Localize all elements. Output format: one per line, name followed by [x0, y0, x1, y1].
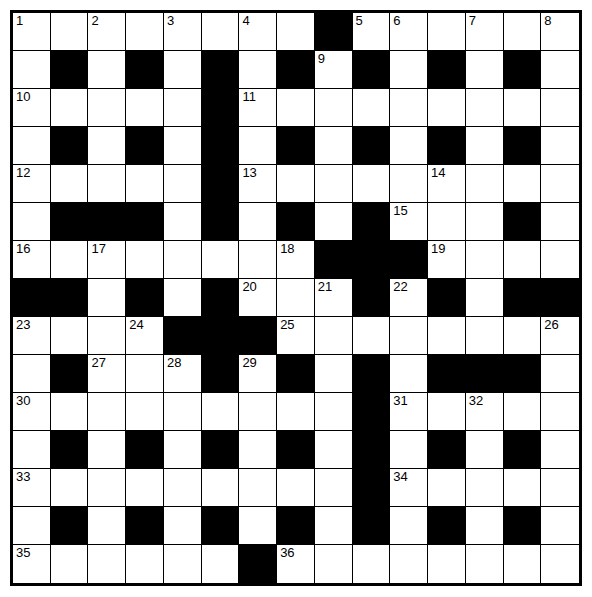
- grid-cell[interactable]: 24: [126, 317, 164, 355]
- grid-cell[interactable]: [428, 203, 466, 241]
- grid-cell[interactable]: [13, 127, 51, 165]
- grid-cell[interactable]: [164, 431, 202, 469]
- grid-cell[interactable]: [390, 127, 428, 165]
- grid-cell[interactable]: [164, 507, 202, 545]
- block-cell: [353, 127, 391, 165]
- block-cell: [13, 279, 51, 317]
- block-cell: [353, 393, 391, 431]
- grid-cell[interactable]: 5: [353, 13, 391, 51]
- grid-cell[interactable]: [51, 469, 89, 507]
- grid-cell[interactable]: [51, 393, 89, 431]
- clue-number: 31: [393, 394, 407, 408]
- clue-number: 25: [280, 318, 294, 332]
- clue-number: 10: [16, 90, 30, 104]
- block-cell: [202, 355, 240, 393]
- grid-cell[interactable]: [88, 431, 126, 469]
- grid-cell[interactable]: [504, 241, 542, 279]
- grid-cell[interactable]: 15: [390, 203, 428, 241]
- block-cell: [202, 51, 240, 89]
- grid-cell[interactable]: 13: [239, 165, 277, 203]
- grid-cell[interactable]: 3: [164, 13, 202, 51]
- grid-cell[interactable]: [239, 203, 277, 241]
- block-cell: [428, 355, 466, 393]
- grid-cell[interactable]: 1: [13, 13, 51, 51]
- grid-cell[interactable]: [504, 89, 542, 127]
- block-cell: [202, 317, 240, 355]
- grid-cell[interactable]: [315, 317, 353, 355]
- grid-cell[interactable]: [51, 13, 89, 51]
- grid-cell[interactable]: 34: [390, 469, 428, 507]
- grid-cell[interactable]: [541, 355, 579, 393]
- clue-number: 20: [242, 280, 256, 294]
- clue-number: 7: [469, 14, 476, 28]
- grid-cell[interactable]: [315, 203, 353, 241]
- grid-cell[interactable]: [466, 89, 504, 127]
- block-cell: [353, 51, 391, 89]
- grid-cell[interactable]: [428, 545, 466, 583]
- grid-cell[interactable]: [315, 545, 353, 583]
- clue-number: 16: [16, 242, 30, 256]
- block-cell: [202, 165, 240, 203]
- clue-number: 36: [280, 546, 294, 560]
- clue-number: 17: [91, 242, 105, 256]
- grid-cell[interactable]: [390, 355, 428, 393]
- block-cell: [51, 355, 89, 393]
- grid-cell[interactable]: [13, 51, 51, 89]
- block-cell: [353, 203, 391, 241]
- block-cell: [51, 51, 89, 89]
- clue-number: 32: [469, 394, 483, 408]
- clue-number: 33: [16, 470, 30, 484]
- block-cell: [202, 431, 240, 469]
- grid-cell[interactable]: [126, 469, 164, 507]
- grid-cell[interactable]: 21: [315, 279, 353, 317]
- clue-number: 8: [544, 14, 551, 28]
- block-cell: [353, 279, 391, 317]
- grid-cell[interactable]: [315, 165, 353, 203]
- grid-cell[interactable]: [541, 507, 579, 545]
- clue-number: 13: [242, 166, 256, 180]
- grid-cell[interactable]: 31: [390, 393, 428, 431]
- grid-cell[interactable]: [164, 279, 202, 317]
- block-cell: [353, 241, 391, 279]
- grid-cell[interactable]: [277, 13, 315, 51]
- grid-cell[interactable]: [13, 431, 51, 469]
- grid-cell[interactable]: 12: [13, 165, 51, 203]
- grid-cell[interactable]: [428, 89, 466, 127]
- block-cell: [277, 203, 315, 241]
- clue-number: 21: [318, 280, 332, 294]
- clue-number: 28: [167, 356, 181, 370]
- grid-cell[interactable]: [541, 165, 579, 203]
- grid-cell[interactable]: [202, 13, 240, 51]
- block-cell: [504, 203, 542, 241]
- grid-cell[interactable]: [126, 545, 164, 583]
- clue-number: 29: [242, 356, 256, 370]
- grid-cell[interactable]: [315, 393, 353, 431]
- grid-cell[interactable]: 23: [13, 317, 51, 355]
- block-cell: [504, 279, 542, 317]
- grid-cell[interactable]: [88, 279, 126, 317]
- grid-cell[interactable]: [541, 469, 579, 507]
- block-cell: [315, 13, 353, 51]
- grid-cell[interactable]: [541, 545, 579, 583]
- grid-cell[interactable]: 9: [315, 51, 353, 89]
- grid-cell[interactable]: 8: [541, 13, 579, 51]
- grid-cell[interactable]: [390, 507, 428, 545]
- grid-cell[interactable]: [466, 279, 504, 317]
- grid-cell[interactable]: 10: [13, 89, 51, 127]
- grid-cell[interactable]: [315, 431, 353, 469]
- grid-cell[interactable]: [390, 89, 428, 127]
- block-cell: [126, 279, 164, 317]
- grid-cell[interactable]: [466, 469, 504, 507]
- grid-cell[interactable]: [13, 203, 51, 241]
- grid-cell[interactable]: [126, 355, 164, 393]
- grid-cell[interactable]: 25: [277, 317, 315, 355]
- crossword-page: 1234567891011121314151617181920212223242…: [0, 0, 592, 597]
- block-cell: [126, 127, 164, 165]
- block-cell: [51, 279, 89, 317]
- block-cell: [202, 89, 240, 127]
- grid-cell[interactable]: [164, 203, 202, 241]
- grid-cell[interactable]: [541, 431, 579, 469]
- block-cell: [202, 203, 240, 241]
- block-cell: [504, 355, 542, 393]
- grid-cell[interactable]: [466, 165, 504, 203]
- grid-cell[interactable]: [390, 317, 428, 355]
- grid-cell[interactable]: [428, 13, 466, 51]
- grid-cell[interactable]: [51, 89, 89, 127]
- block-cell: [277, 51, 315, 89]
- block-cell: [315, 241, 353, 279]
- grid-cell[interactable]: [541, 393, 579, 431]
- grid-cell[interactable]: [390, 431, 428, 469]
- clue-number: 30: [16, 394, 30, 408]
- grid-cell[interactable]: [88, 469, 126, 507]
- grid-cell[interactable]: [428, 469, 466, 507]
- block-cell: [504, 431, 542, 469]
- grid-cell[interactable]: [541, 89, 579, 127]
- grid-cell[interactable]: [164, 165, 202, 203]
- grid-cell[interactable]: [466, 507, 504, 545]
- grid-cell[interactable]: [466, 241, 504, 279]
- grid-cell[interactable]: [504, 393, 542, 431]
- block-cell: [277, 431, 315, 469]
- grid-cell[interactable]: [315, 89, 353, 127]
- grid-cell[interactable]: 29: [239, 355, 277, 393]
- block-cell: [88, 203, 126, 241]
- grid-cell[interactable]: [504, 469, 542, 507]
- grid-cell[interactable]: [88, 89, 126, 127]
- grid-cell[interactable]: 33: [13, 469, 51, 507]
- grid-cell[interactable]: [390, 545, 428, 583]
- grid-cell[interactable]: [239, 241, 277, 279]
- grid-cell[interactable]: 19: [428, 241, 466, 279]
- grid-cell[interactable]: [466, 545, 504, 583]
- grid-cell[interactable]: [88, 507, 126, 545]
- clue-number: 26: [544, 318, 558, 332]
- grid-cell[interactable]: [504, 317, 542, 355]
- block-cell: [277, 127, 315, 165]
- grid-cell[interactable]: [541, 203, 579, 241]
- grid-cell[interactable]: [277, 89, 315, 127]
- grid-cell[interactable]: 27: [88, 355, 126, 393]
- grid-cell[interactable]: [390, 165, 428, 203]
- block-cell: [353, 355, 391, 393]
- grid-cell[interactable]: [466, 203, 504, 241]
- grid-cell[interactable]: [239, 127, 277, 165]
- grid-cell[interactable]: 2: [88, 13, 126, 51]
- grid-cell[interactable]: [353, 317, 391, 355]
- grid-cell[interactable]: [202, 469, 240, 507]
- grid-cell[interactable]: [239, 393, 277, 431]
- block-cell: [428, 51, 466, 89]
- grid-cell[interactable]: [315, 507, 353, 545]
- block-cell: [202, 127, 240, 165]
- block-cell: [51, 431, 89, 469]
- block-cell: [390, 241, 428, 279]
- grid-cell[interactable]: [88, 127, 126, 165]
- grid-cell[interactable]: [164, 545, 202, 583]
- grid-cell[interactable]: [164, 127, 202, 165]
- grid-cell[interactable]: 20: [239, 279, 277, 317]
- block-cell: [541, 279, 579, 317]
- grid-cell[interactable]: 18: [277, 241, 315, 279]
- grid-cell[interactable]: [239, 469, 277, 507]
- grid-cell[interactable]: [239, 431, 277, 469]
- grid-cell[interactable]: [164, 241, 202, 279]
- grid-cell[interactable]: 22: [390, 279, 428, 317]
- grid-cell[interactable]: [277, 279, 315, 317]
- grid-cell[interactable]: [315, 127, 353, 165]
- block-cell: [239, 545, 277, 583]
- clue-number: 22: [393, 280, 407, 294]
- block-cell: [239, 317, 277, 355]
- grid-cell[interactable]: [202, 393, 240, 431]
- clue-number: 14: [431, 166, 445, 180]
- grid-cell[interactable]: [88, 51, 126, 89]
- grid-cell[interactable]: [13, 355, 51, 393]
- clue-number: 6: [393, 14, 400, 28]
- grid-cell[interactable]: [466, 317, 504, 355]
- crossword-board: 1234567891011121314151617181920212223242…: [10, 10, 582, 586]
- grid-cell[interactable]: [428, 317, 466, 355]
- grid-cell[interactable]: [504, 13, 542, 51]
- grid-cell[interactable]: [541, 241, 579, 279]
- grid-cell[interactable]: 35: [13, 545, 51, 583]
- grid-cell[interactable]: [466, 51, 504, 89]
- clue-number: 4: [242, 14, 249, 28]
- grid-cell[interactable]: 14: [428, 165, 466, 203]
- grid-cell[interactable]: [541, 127, 579, 165]
- clue-number: 11: [242, 90, 256, 104]
- clue-number: 24: [129, 318, 143, 332]
- grid-cell[interactable]: [51, 241, 89, 279]
- block-cell: [504, 127, 542, 165]
- grid-cell[interactable]: 17: [88, 241, 126, 279]
- block-cell: [51, 203, 89, 241]
- grid-cell[interactable]: [88, 393, 126, 431]
- grid-cell[interactable]: [504, 545, 542, 583]
- grid-cell[interactable]: [88, 545, 126, 583]
- clue-number: 2: [91, 14, 98, 28]
- block-cell: [353, 507, 391, 545]
- clue-number: 35: [16, 546, 30, 560]
- grid-cell[interactable]: [51, 545, 89, 583]
- block-cell: [51, 507, 89, 545]
- grid-cell[interactable]: [504, 165, 542, 203]
- grid-cell[interactable]: [202, 241, 240, 279]
- block-cell: [428, 431, 466, 469]
- clue-number: 5: [356, 14, 363, 28]
- grid-cell[interactable]: [164, 469, 202, 507]
- grid-cell[interactable]: [202, 545, 240, 583]
- grid-cell[interactable]: [277, 393, 315, 431]
- block-cell: [466, 355, 504, 393]
- block-cell: [164, 317, 202, 355]
- grid-cell[interactable]: [126, 165, 164, 203]
- clue-number: 34: [393, 470, 407, 484]
- grid-cell[interactable]: [466, 127, 504, 165]
- grid-cell[interactable]: 36: [277, 545, 315, 583]
- block-cell: [428, 127, 466, 165]
- block-cell: [126, 203, 164, 241]
- grid-cell[interactable]: [428, 393, 466, 431]
- block-cell: [277, 355, 315, 393]
- grid-cell[interactable]: [164, 51, 202, 89]
- grid-cell[interactable]: [277, 469, 315, 507]
- block-cell: [428, 507, 466, 545]
- block-cell: [51, 127, 89, 165]
- grid-cell[interactable]: [541, 51, 579, 89]
- grid-cell[interactable]: [51, 317, 89, 355]
- block-cell: [126, 51, 164, 89]
- clue-number: 1: [16, 14, 23, 28]
- block-cell: [428, 279, 466, 317]
- grid-cell[interactable]: 7: [466, 13, 504, 51]
- block-cell: [504, 507, 542, 545]
- grid-cell[interactable]: [353, 165, 391, 203]
- clue-number: 23: [16, 318, 30, 332]
- block-cell: [353, 469, 391, 507]
- grid-cell[interactable]: 32: [466, 393, 504, 431]
- grid-cell[interactable]: 28: [164, 355, 202, 393]
- clue-number: 19: [431, 242, 445, 256]
- clue-number: 9: [318, 52, 325, 66]
- grid-cell[interactable]: 11: [239, 89, 277, 127]
- grid-cell[interactable]: [239, 51, 277, 89]
- grid-cell[interactable]: [390, 51, 428, 89]
- grid-cell[interactable]: [51, 165, 89, 203]
- grid-cell[interactable]: 26: [541, 317, 579, 355]
- grid-cell[interactable]: [164, 89, 202, 127]
- grid-cell[interactable]: 16: [13, 241, 51, 279]
- block-cell: [202, 279, 240, 317]
- grid-cell[interactable]: [126, 393, 164, 431]
- grid-cell[interactable]: [315, 469, 353, 507]
- grid-cell[interactable]: [239, 507, 277, 545]
- block-cell: [126, 507, 164, 545]
- block-cell: [202, 507, 240, 545]
- grid-cell[interactable]: [277, 165, 315, 203]
- grid-cell[interactable]: 6: [390, 13, 428, 51]
- clue-number: 27: [91, 356, 105, 370]
- grid-cell[interactable]: [88, 317, 126, 355]
- grid-cell[interactable]: [126, 89, 164, 127]
- block-cell: [504, 51, 542, 89]
- clue-number: 15: [393, 204, 407, 218]
- grid-cell[interactable]: [164, 393, 202, 431]
- grid-cell[interactable]: [13, 507, 51, 545]
- clue-number: 12: [16, 166, 30, 180]
- block-cell: [277, 507, 315, 545]
- grid-cell[interactable]: [315, 355, 353, 393]
- block-cell: [126, 431, 164, 469]
- grid-cell[interactable]: 30: [13, 393, 51, 431]
- grid-cell[interactable]: 4: [239, 13, 277, 51]
- clue-number: 3: [167, 14, 174, 28]
- grid-cell[interactable]: [126, 241, 164, 279]
- grid-cell[interactable]: [353, 89, 391, 127]
- grid-cell[interactable]: [466, 431, 504, 469]
- clue-number: 18: [280, 242, 294, 256]
- grid-cell[interactable]: [88, 165, 126, 203]
- grid-cell[interactable]: [126, 13, 164, 51]
- grid-cell[interactable]: [353, 545, 391, 583]
- block-cell: [353, 431, 391, 469]
